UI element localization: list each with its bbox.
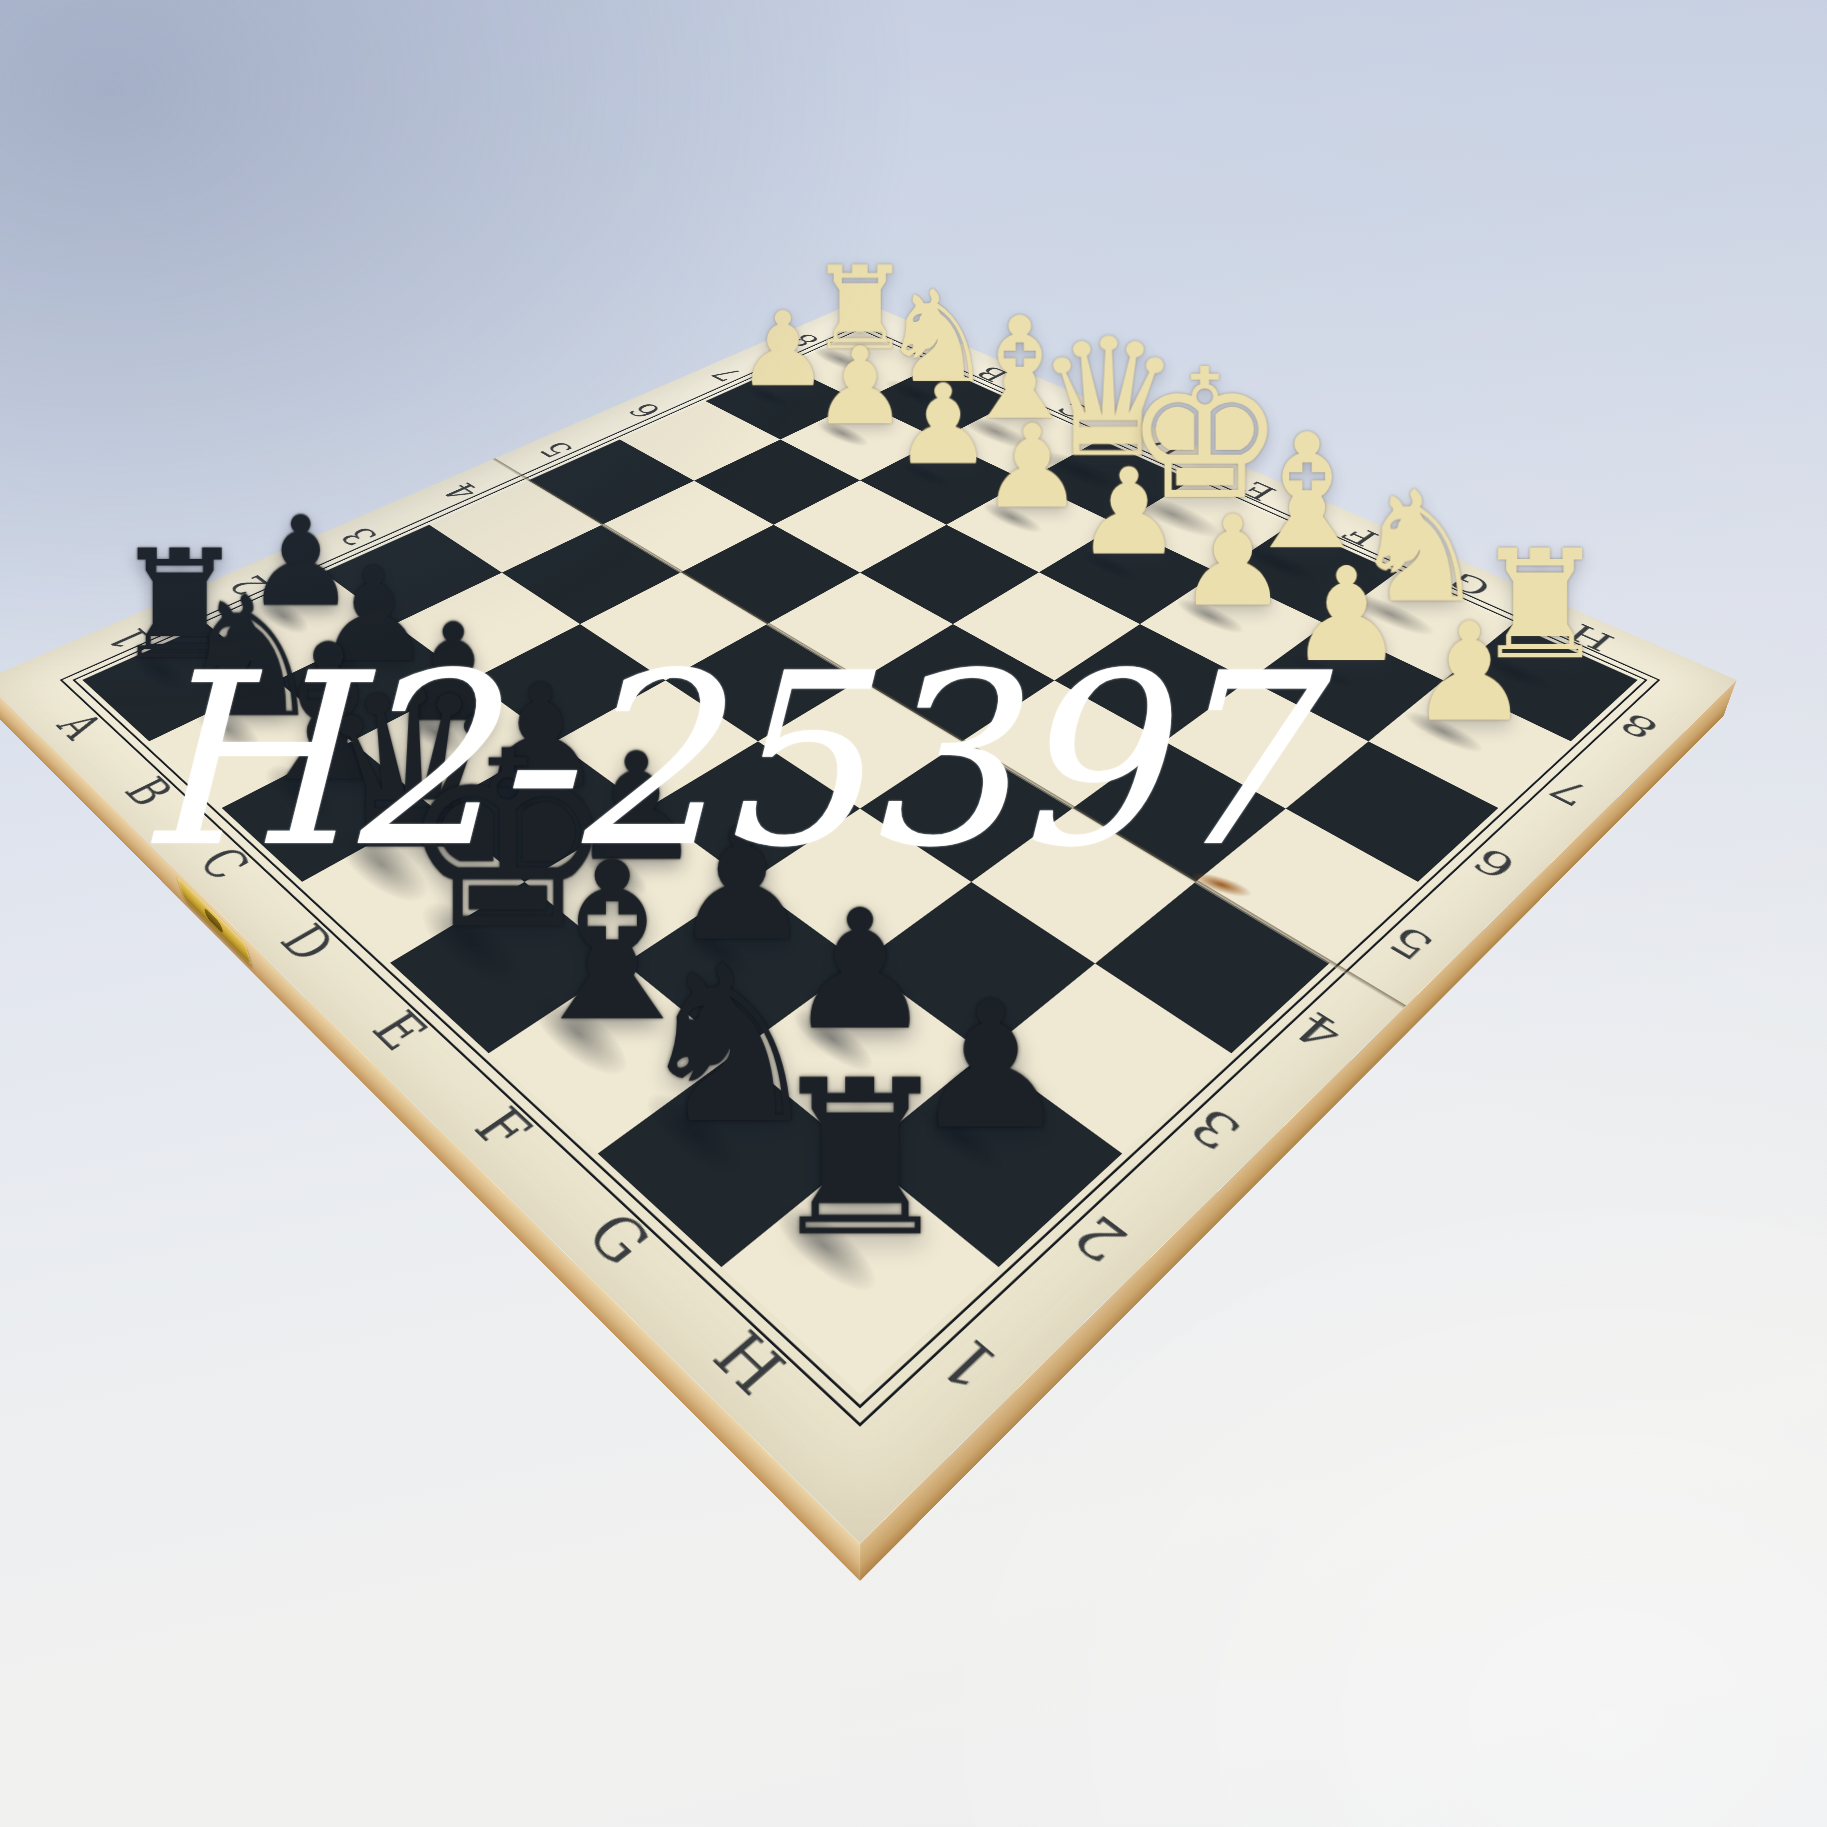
piece-black-rook[interactable]: ♜ [645, 1052, 1075, 1267]
piece-white-pawn[interactable]: ♟ [1313, 605, 1627, 741]
board-3d: ABCDEFGH ABCDEFGH 87654321 87654321 ♜♞♝♛… [0, 300, 1737, 1544]
chessboard-scene: ABCDEFGH ABCDEFGH 87654321 87654321 ♜♞♝♛… [240, 60, 1480, 1300]
pieces-layer: ♜♞♝♛♚♝♞♜♟♟♟♟♟♟♟♟♟♟♟♟♟♟♟♟♜♞♝♛♚♝♞♜ [0, 300, 1737, 1544]
